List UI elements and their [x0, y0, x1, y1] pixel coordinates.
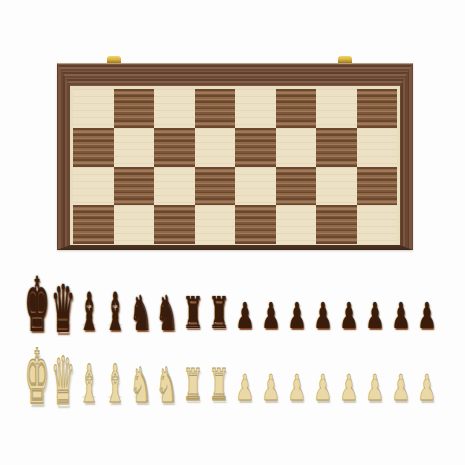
light-pawn-slot: ♟: [336, 330, 362, 398]
board-square[interactable]: [357, 205, 398, 244]
light-pawn-slot: ♟: [258, 330, 284, 398]
dark-king-slot: ♚: [24, 258, 50, 326]
board-square[interactable]: [316, 128, 357, 167]
dark-rook-piece[interactable]: ♜: [183, 292, 204, 336]
chess-set-photo: ♚♛♝♝♞♞♜♜♟♟♟♟♟♟♟♟ ♚♛♝♝♞♞♜♜♟♟♟♟♟♟♟♟: [0, 0, 465, 465]
dark-pawn-piece[interactable]: ♟: [366, 299, 385, 335]
dark-pawn-piece[interactable]: ♟: [418, 299, 437, 335]
board-square[interactable]: [114, 205, 155, 244]
board-square[interactable]: [235, 167, 276, 206]
light-pawn-piece[interactable]: ♟: [314, 371, 333, 407]
light-bishop-piece[interactable]: ♝: [79, 358, 100, 411]
dark-pawn-slot: ♟: [388, 258, 414, 326]
light-rook-slot: ♜: [206, 330, 232, 398]
dark-pawn-piece[interactable]: ♟: [392, 299, 411, 335]
board-square[interactable]: [316, 205, 357, 244]
light-pawn-piece[interactable]: ♟: [418, 371, 437, 407]
board-square[interactable]: [154, 128, 195, 167]
board-frame-top-rail: [57, 63, 413, 86]
board-grid: [73, 89, 397, 244]
dark-rook-slot: ♜: [206, 258, 232, 326]
board-square[interactable]: [73, 89, 114, 128]
dark-rook-slot: ♜: [180, 258, 206, 326]
light-rook-piece[interactable]: ♜: [209, 364, 230, 408]
board-square[interactable]: [195, 205, 236, 244]
dark-pawn-piece[interactable]: ♟: [288, 299, 307, 335]
light-pawn-piece[interactable]: ♟: [262, 371, 281, 407]
board-square[interactable]: [235, 205, 276, 244]
board-square[interactable]: [357, 167, 398, 206]
light-pawn-slot: ♟: [310, 330, 336, 398]
board-square[interactable]: [195, 89, 236, 128]
board-square[interactable]: [73, 128, 114, 167]
board-square[interactable]: [276, 128, 317, 167]
board-square[interactable]: [357, 128, 398, 167]
dark-bishop-slot: ♝: [102, 258, 128, 326]
board-square[interactable]: [235, 128, 276, 167]
light-bishop-piece[interactable]: ♝: [105, 358, 126, 411]
dark-pawn-piece[interactable]: ♟: [340, 299, 359, 335]
light-queen-piece[interactable]: ♛: [51, 348, 75, 414]
light-pawn-slot: ♟: [284, 330, 310, 398]
board-square[interactable]: [154, 205, 195, 244]
board-square[interactable]: [114, 89, 155, 128]
dark-pieces-row: ♚♛♝♝♞♞♜♜♟♟♟♟♟♟♟♟: [24, 258, 441, 326]
light-pawn-slot: ♟: [414, 330, 440, 398]
board-square[interactable]: [276, 205, 317, 244]
dark-knight-slot: ♞: [128, 258, 154, 326]
light-pawn-piece[interactable]: ♟: [236, 371, 255, 407]
light-pawn-piece[interactable]: ♟: [366, 371, 385, 407]
dark-pawn-slot: ♟: [258, 258, 284, 326]
dark-bishop-piece[interactable]: ♝: [79, 286, 100, 339]
board-frame-bottom-rail: [57, 245, 413, 250]
board-square[interactable]: [114, 128, 155, 167]
board-square[interactable]: [195, 167, 236, 206]
dark-pawn-slot: ♟: [284, 258, 310, 326]
folded-chess-board-box: [57, 63, 413, 250]
board-square[interactable]: [276, 167, 317, 206]
dark-pawn-slot: ♟: [310, 258, 336, 326]
light-rook-slot: ♜: [180, 330, 206, 398]
dark-pawn-piece[interactable]: ♟: [262, 299, 281, 335]
board-square[interactable]: [154, 167, 195, 206]
dark-bishop-slot: ♝: [76, 258, 102, 326]
light-king-piece[interactable]: ♚: [24, 340, 49, 416]
dark-knight-piece[interactable]: ♞: [156, 289, 178, 338]
light-pawn-slot: ♟: [232, 330, 258, 398]
dark-knight-piece[interactable]: ♞: [130, 289, 152, 338]
dark-pawn-slot: ♟: [232, 258, 258, 326]
light-pawn-piece[interactable]: ♟: [340, 371, 359, 407]
dark-pawn-slot: ♟: [336, 258, 362, 326]
board-square[interactable]: [235, 89, 276, 128]
dark-knight-slot: ♞: [154, 258, 180, 326]
dark-bishop-piece[interactable]: ♝: [105, 286, 126, 339]
board-square[interactable]: [114, 167, 155, 206]
board-square[interactable]: [357, 89, 398, 128]
light-knight-piece[interactable]: ♞: [130, 361, 152, 410]
dark-queen-piece[interactable]: ♛: [51, 276, 75, 342]
dark-pawn-slot: ♟: [362, 258, 388, 326]
board-square[interactable]: [276, 89, 317, 128]
dark-pawn-slot: ♟: [414, 258, 440, 326]
dark-pawn-piece[interactable]: ♟: [314, 299, 333, 335]
light-pawn-piece[interactable]: ♟: [392, 371, 411, 407]
light-king-slot: ♚: [24, 330, 50, 398]
board-square[interactable]: [316, 89, 357, 128]
dark-pawn-piece[interactable]: ♟: [236, 299, 255, 335]
light-knight-piece[interactable]: ♞: [156, 361, 178, 410]
dark-rook-piece[interactable]: ♜: [209, 292, 230, 336]
board-square[interactable]: [316, 167, 357, 206]
dark-queen-slot: ♛: [50, 258, 76, 326]
light-rook-piece[interactable]: ♜: [183, 364, 204, 408]
light-pawn-slot: ♟: [388, 330, 414, 398]
board-square[interactable]: [195, 128, 236, 167]
board-square[interactable]: [73, 205, 114, 244]
light-pawn-piece[interactable]: ♟: [288, 371, 307, 407]
maple-inlay-border: [70, 86, 400, 245]
light-pawn-slot: ♟: [362, 330, 388, 398]
board-square[interactable]: [73, 167, 114, 206]
board-square[interactable]: [154, 89, 195, 128]
